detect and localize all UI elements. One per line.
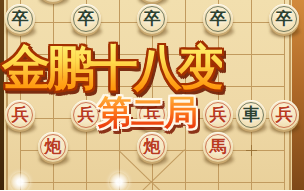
red-piece-兵[interactable]: 兵 [269, 100, 299, 130]
move-highlight-dot [109, 172, 129, 191]
red-piece-兵[interactable]: 兵 [203, 100, 233, 130]
board-cell [251, 182, 284, 191]
red-piece-兵[interactable]: 兵 [5, 100, 35, 130]
black-piece-卒[interactable]: 卒 [137, 4, 167, 34]
black-piece-車[interactable]: 車 [236, 100, 266, 130]
board-cell [218, 182, 251, 191]
red-piece-炮[interactable]: 炮 [38, 132, 68, 162]
board-cell [251, 54, 284, 86]
red-piece-炮[interactable]: 炮 [137, 132, 167, 162]
xiangqi-app-screen: 砲砲卒卒卒卒卒兵兵兵兵車兵炮炮馬 金鹏十八变 第二局 [0, 0, 304, 190]
board-cell [251, 150, 284, 182]
board-cell [185, 182, 218, 191]
board-cell [218, 54, 251, 86]
red-piece-兵[interactable]: 兵 [71, 100, 101, 130]
black-piece-卒[interactable]: 卒 [71, 4, 101, 34]
black-piece-卒[interactable]: 卒 [269, 4, 299, 34]
series-title: 金鹏十八变 [2, 42, 222, 95]
red-piece-馬[interactable]: 馬 [203, 132, 233, 162]
black-piece-卒[interactable]: 卒 [203, 4, 233, 34]
episode-title: 第二局 [98, 94, 197, 131]
board-cell [53, 182, 86, 191]
table-margin-left [0, 0, 4, 190]
black-piece-卒[interactable]: 卒 [5, 4, 35, 34]
move-highlight-dot [10, 172, 30, 191]
